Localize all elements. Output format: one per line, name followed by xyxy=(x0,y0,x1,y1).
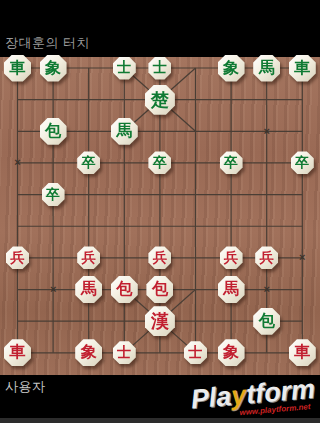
vacated-point-marker: × xyxy=(297,252,308,263)
piece-han-chariot[interactable]: 車 xyxy=(289,339,316,366)
piece-glyph: 兵 xyxy=(6,246,29,269)
piece-glyph: 卒 xyxy=(291,151,314,174)
bottom-strip xyxy=(0,418,320,423)
piece-han-elephant[interactable]: 象 xyxy=(218,339,245,366)
piece-glyph: 卒 xyxy=(220,151,243,174)
piece-glyph: 馬 xyxy=(253,55,280,82)
piece-glyph: 兵 xyxy=(220,246,243,269)
piece-cho-cannon[interactable]: 包 xyxy=(40,118,67,145)
piece-han-chariot[interactable]: 車 xyxy=(4,339,31,366)
piece-glyph: 士 xyxy=(184,341,207,364)
piece-glyph: 士 xyxy=(113,57,136,80)
piece-han-elephant[interactable]: 象 xyxy=(75,339,102,366)
janggi-board[interactable]: 車象士士象馬車楚包馬卒卒卒卒卒包兵兵兵兵兵馬包包馬漢車象士士象車××××× xyxy=(0,57,320,375)
piece-han-cannon[interactable]: 包 xyxy=(111,276,138,303)
piece-glyph: 馬 xyxy=(111,118,138,145)
window-title: 장대훈의 터치 xyxy=(5,34,90,52)
piece-cho-horse[interactable]: 馬 xyxy=(111,118,138,145)
piece-glyph: 馬 xyxy=(75,276,102,303)
player-name-label: 사용자 xyxy=(5,378,46,396)
app-screen: 장대훈의 터치 車象士士象馬車楚包馬卒卒卒卒卒包兵兵兵兵兵馬包包馬漢車象士士象車… xyxy=(0,0,320,423)
vacated-point-marker: × xyxy=(48,284,59,295)
piece-han-guard[interactable]: 士 xyxy=(184,341,207,364)
piece-han-guard[interactable]: 士 xyxy=(113,341,136,364)
piece-cho-cannon[interactable]: 包 xyxy=(253,308,280,335)
piece-cho-soldier[interactable]: 卒 xyxy=(148,151,171,174)
piece-cho-general[interactable]: 楚 xyxy=(145,85,175,115)
piece-cho-soldier[interactable]: 卒 xyxy=(291,151,314,174)
piece-glyph: 車 xyxy=(289,339,316,366)
piece-cho-elephant[interactable]: 象 xyxy=(40,55,67,82)
piece-glyph: 包 xyxy=(253,308,280,335)
piece-glyph: 兵 xyxy=(148,246,171,269)
piece-cho-chariot[interactable]: 車 xyxy=(4,55,31,82)
vacated-point-marker: × xyxy=(261,284,272,295)
piece-cho-horse[interactable]: 馬 xyxy=(253,55,280,82)
piece-cho-elephant[interactable]: 象 xyxy=(218,55,245,82)
piece-glyph: 馬 xyxy=(218,276,245,303)
piece-han-soldier[interactable]: 兵 xyxy=(6,246,29,269)
piece-cho-chariot[interactable]: 車 xyxy=(289,55,316,82)
piece-han-general[interactable]: 漢 xyxy=(145,306,175,336)
playtform-logo: Playtformwww.playtform.net xyxy=(190,376,317,422)
piece-glyph: 楚 xyxy=(145,85,175,115)
piece-glyph: 象 xyxy=(40,55,67,82)
piece-cho-soldier[interactable]: 卒 xyxy=(77,151,100,174)
piece-han-horse[interactable]: 馬 xyxy=(75,276,102,303)
piece-glyph: 士 xyxy=(148,57,171,80)
vacated-point-marker: × xyxy=(12,157,23,168)
piece-cho-soldier[interactable]: 卒 xyxy=(220,151,243,174)
piece-cho-guard[interactable]: 士 xyxy=(148,57,171,80)
piece-glyph: 卒 xyxy=(148,151,171,174)
piece-glyph: 車 xyxy=(289,55,316,82)
piece-glyph: 包 xyxy=(111,276,138,303)
piece-han-soldier[interactable]: 兵 xyxy=(148,246,171,269)
piece-glyph: 象 xyxy=(218,339,245,366)
piece-han-soldier[interactable]: 兵 xyxy=(255,246,278,269)
piece-glyph: 卒 xyxy=(77,151,100,174)
piece-glyph: 兵 xyxy=(255,246,278,269)
piece-glyph: 車 xyxy=(4,55,31,82)
piece-glyph: 象 xyxy=(75,339,102,366)
piece-glyph: 士 xyxy=(113,341,136,364)
status-bar: 사용자 Playtformwww.playtform.net xyxy=(0,375,320,423)
piece-han-cannon[interactable]: 包 xyxy=(146,276,173,303)
logo-text-pla: Pla xyxy=(190,381,233,414)
piece-han-soldier[interactable]: 兵 xyxy=(220,246,243,269)
piece-glyph: 包 xyxy=(40,118,67,145)
title-bar: 장대훈의 터치 xyxy=(0,0,320,57)
piece-han-soldier[interactable]: 兵 xyxy=(77,246,100,269)
piece-glyph: 漢 xyxy=(145,306,175,336)
piece-glyph: 兵 xyxy=(77,246,100,269)
piece-glyph: 卒 xyxy=(42,183,65,206)
vacated-point-marker: × xyxy=(261,126,272,137)
piece-glyph: 象 xyxy=(218,55,245,82)
piece-han-horse[interactable]: 馬 xyxy=(218,276,245,303)
piece-glyph: 車 xyxy=(4,339,31,366)
piece-cho-soldier[interactable]: 卒 xyxy=(42,183,65,206)
piece-glyph: 包 xyxy=(146,276,173,303)
piece-cho-guard[interactable]: 士 xyxy=(113,57,136,80)
